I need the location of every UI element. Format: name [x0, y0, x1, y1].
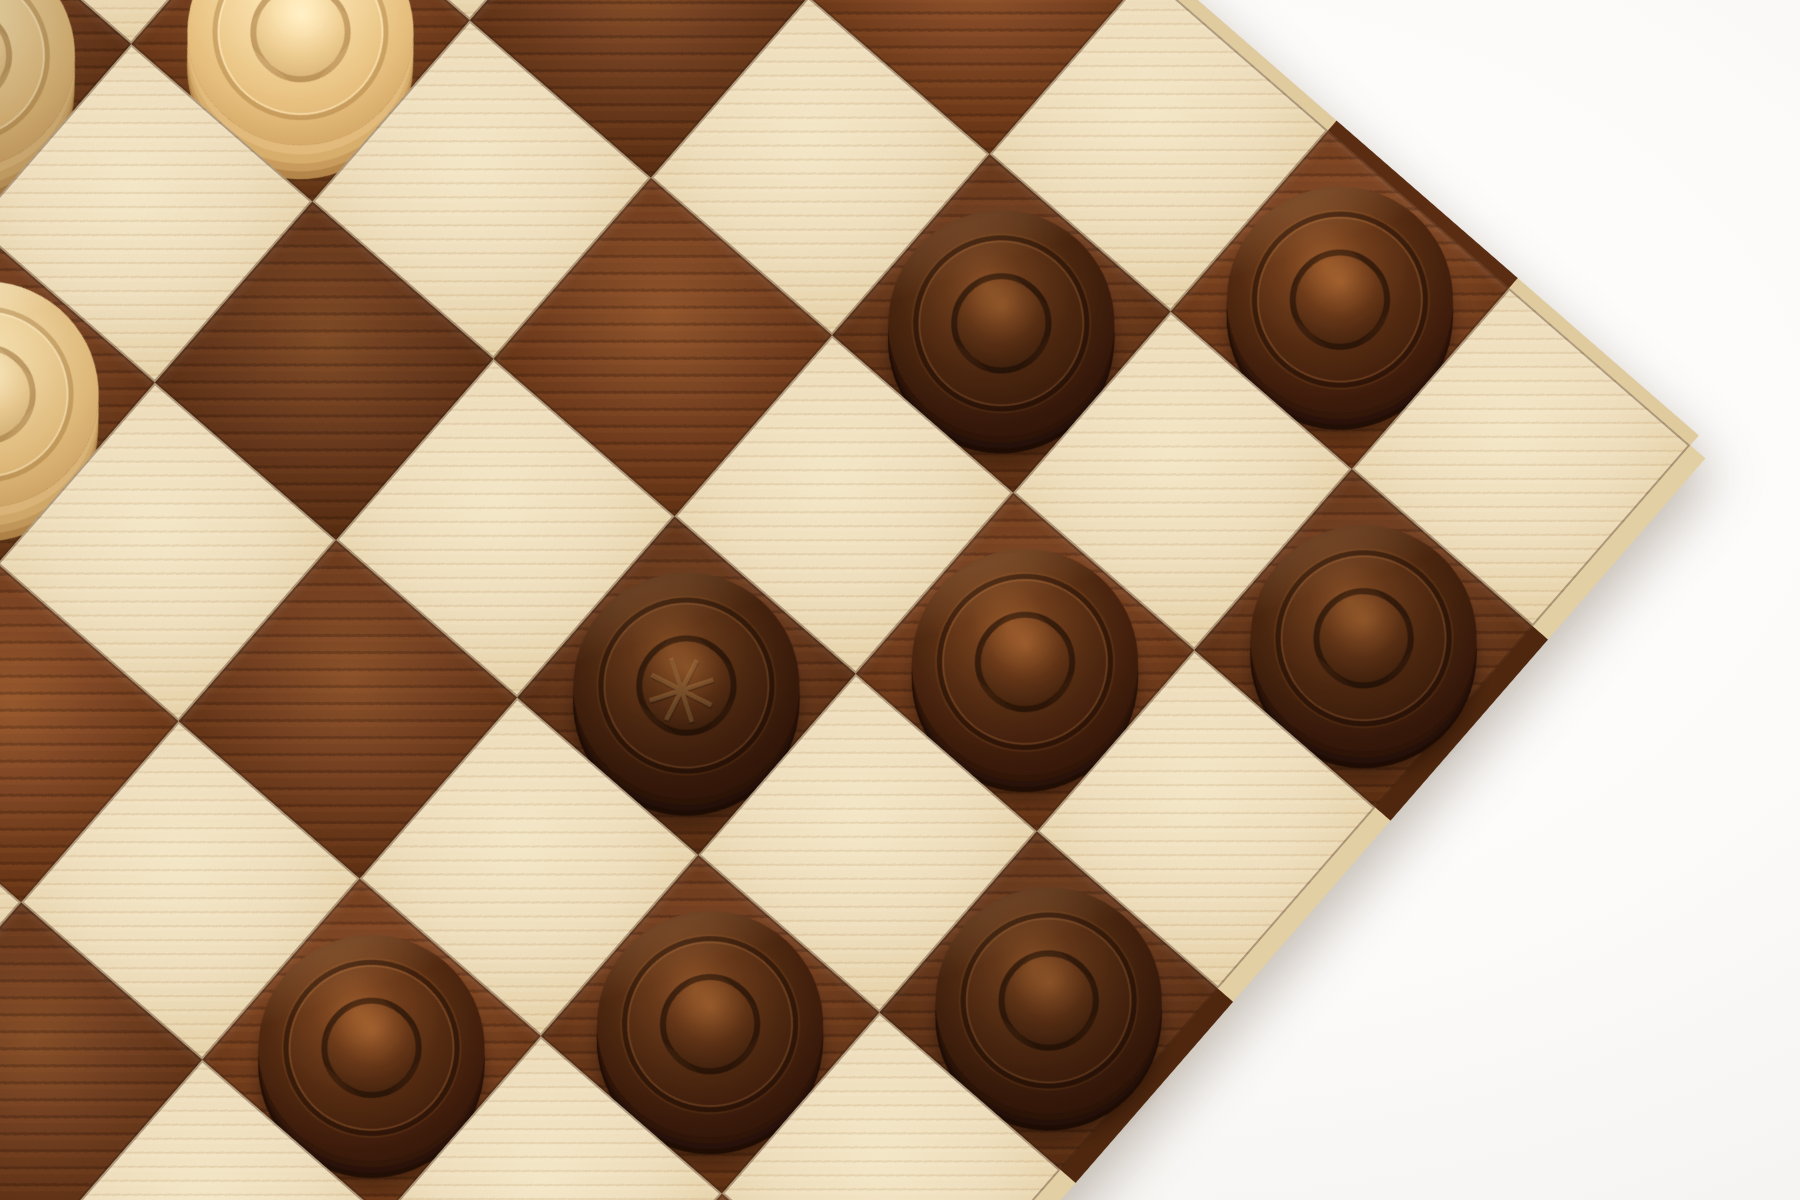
- board: ⛀⛀⛂⛀⛂⛂⛀⛀⛂⛀⛂✳⛂⛀⛀⛂⛀⛂⛂⛀⛀⛂⛀⛂⛂: [0, 0, 1690, 1200]
- photo-stage: ⛀⛀⛂⛀⛂⛂⛀⛀⛂⛀⛂✳⛂⛀⛀⛂⛀⛂⛂⛀⛀⛂⛀⛂⛂: [0, 0, 1800, 1200]
- board-wrap: ⛀⛀⛂⛀⛂⛂⛀⛀⛂⛀⛂✳⛂⛀⛀⛂⛀⛂⛂⛀⛀⛂⛀⛂⛂: [0, 0, 1690, 1200]
- scratch-star-mark: ✳: [625, 634, 735, 751]
